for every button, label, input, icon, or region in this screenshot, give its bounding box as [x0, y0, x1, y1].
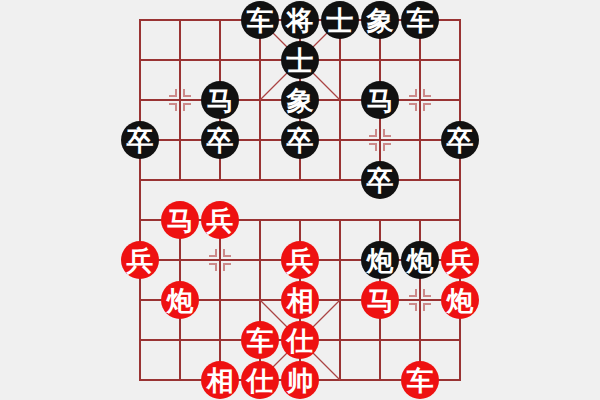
piece-black-soldier[interactable]: 卒 [361, 161, 399, 199]
piece-red-soldier[interactable]: 兵 [201, 201, 239, 239]
piece-black-cannon[interactable]: 炮 [401, 241, 439, 279]
piece-red-cannon[interactable]: 炮 [161, 281, 199, 319]
piece-black-soldier[interactable]: 卒 [201, 121, 239, 159]
piece-red-horse[interactable]: 马 [161, 201, 199, 239]
piece-black-general[interactable]: 将 [281, 1, 319, 39]
piece-red-chariot[interactable]: 车 [241, 321, 279, 359]
piece-black-chariot[interactable]: 车 [401, 1, 439, 39]
piece-black-elephant[interactable]: 象 [281, 81, 319, 119]
xiangqi-board-screenshot: 车将士象车士马象马卒卒卒卒卒炮炮马兵兵兵兵炮相马炮车仕相仕帅车 [0, 0, 600, 400]
piece-red-horse[interactable]: 马 [361, 281, 399, 319]
piece-black-elephant[interactable]: 象 [361, 1, 399, 39]
xiangqi-board[interactable]: 车将士象车士马象马卒卒卒卒卒炮炮马兵兵兵兵炮相马炮车仕相仕帅车 [120, 0, 480, 400]
piece-black-advisor[interactable]: 士 [321, 1, 359, 39]
piece-black-horse[interactable]: 马 [201, 81, 239, 119]
piece-black-chariot[interactable]: 车 [241, 1, 279, 39]
piece-black-horse[interactable]: 马 [361, 81, 399, 119]
piece-black-soldier[interactable]: 卒 [441, 121, 479, 159]
piece-red-advisor[interactable]: 仕 [281, 321, 319, 359]
piece-red-cannon[interactable]: 炮 [441, 281, 479, 319]
piece-red-elephant[interactable]: 相 [201, 361, 239, 399]
piece-red-general[interactable]: 帅 [281, 361, 319, 399]
piece-red-chariot[interactable]: 车 [401, 361, 439, 399]
piece-black-advisor[interactable]: 士 [281, 41, 319, 79]
piece-red-advisor[interactable]: 仕 [241, 361, 279, 399]
piece-black-cannon[interactable]: 炮 [361, 241, 399, 279]
piece-red-soldier[interactable]: 兵 [281, 241, 319, 279]
piece-black-soldier[interactable]: 卒 [121, 121, 159, 159]
piece-red-soldier[interactable]: 兵 [121, 241, 159, 279]
piece-red-elephant[interactable]: 相 [281, 281, 319, 319]
piece-red-soldier[interactable]: 兵 [441, 241, 479, 279]
piece-black-soldier[interactable]: 卒 [281, 121, 319, 159]
